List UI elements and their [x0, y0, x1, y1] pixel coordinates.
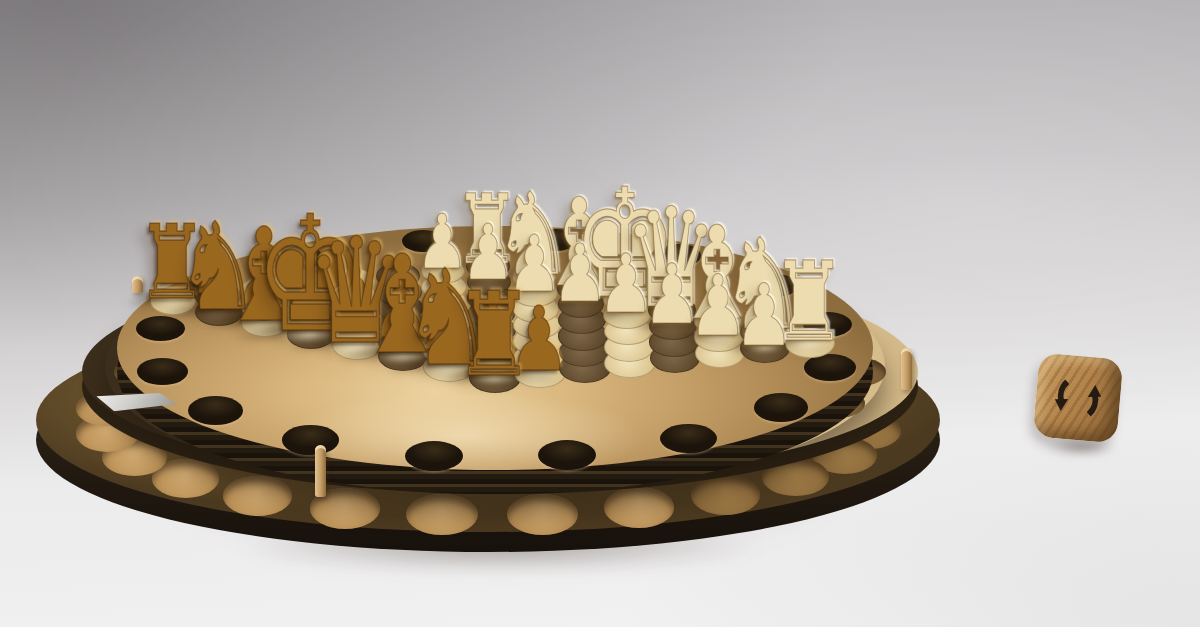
wooden-peg[interactable]	[315, 445, 326, 497]
wooden-peg[interactable]	[901, 348, 912, 390]
studio-backdrop: ♜♞♝♚♛♝♞♜♟♟♟♟♟♟♟♟♟♟♟♟♟♟♟♟♜♞♝♚♛♝♞♜	[0, 0, 1200, 627]
piece-light-pawn[interactable]: ♟	[734, 273, 794, 359]
rotation-die[interactable]	[1032, 352, 1123, 443]
rotate-arrows-icon	[1048, 368, 1109, 429]
piece-brown-rook[interactable]: ♜	[453, 277, 534, 393]
